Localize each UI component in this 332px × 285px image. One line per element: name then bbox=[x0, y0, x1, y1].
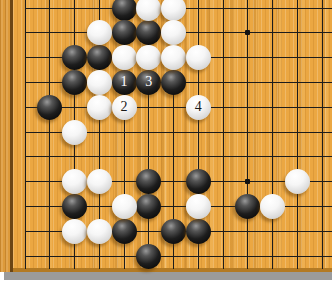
white-stone-L3 bbox=[260, 194, 285, 219]
board-drop-shadow bbox=[4, 272, 332, 280]
white-stone-D8 bbox=[87, 70, 112, 95]
white-stone-G9 bbox=[161, 45, 186, 70]
white-stone-M4 bbox=[285, 169, 310, 194]
black-stone-E10 bbox=[112, 20, 137, 45]
board-left-edge-crease bbox=[10, 0, 13, 272]
black-stone-E2 bbox=[112, 219, 137, 244]
black-stone-H2 bbox=[186, 219, 211, 244]
grid-vline-B bbox=[49, 0, 50, 269]
black-stone-E8: 1 bbox=[112, 70, 137, 95]
white-stone-C4 bbox=[62, 169, 87, 194]
grid-vline-J bbox=[223, 0, 224, 269]
grid-vline-L bbox=[272, 0, 273, 269]
black-stone-D9 bbox=[87, 45, 112, 70]
move-number-3: 3 bbox=[145, 75, 152, 89]
white-stone-E3 bbox=[112, 194, 137, 219]
black-stone-C8 bbox=[62, 70, 87, 95]
move-number-4: 4 bbox=[195, 100, 202, 114]
black-stone-F8: 3 bbox=[136, 70, 161, 95]
black-stone-G8 bbox=[161, 70, 186, 95]
black-stone-C3 bbox=[62, 194, 87, 219]
white-stone-H9 bbox=[186, 45, 211, 70]
grid-vline-K bbox=[247, 0, 248, 269]
move-number-1: 1 bbox=[121, 75, 128, 89]
white-stone-D2 bbox=[87, 219, 112, 244]
white-stone-C2 bbox=[62, 219, 87, 244]
move-number-2: 2 bbox=[121, 100, 128, 114]
grid-hline-7 bbox=[25, 107, 332, 108]
black-stone-C9 bbox=[62, 45, 87, 70]
grid-hline-1 bbox=[25, 256, 332, 257]
white-stone-H3 bbox=[186, 194, 211, 219]
black-stone-B7 bbox=[37, 95, 62, 120]
white-stone-D10 bbox=[87, 20, 112, 45]
board-left-edge bbox=[0, 0, 10, 272]
white-stone-G11 bbox=[161, 0, 186, 21]
grid-vline-M bbox=[297, 0, 298, 269]
black-stone-K3 bbox=[235, 194, 260, 219]
white-stone-E7: 2 bbox=[112, 95, 137, 120]
white-stone-C6 bbox=[62, 120, 87, 145]
go-diagram: 1324 bbox=[0, 0, 332, 285]
white-stone-H7: 4 bbox=[186, 95, 211, 120]
grid-vline-N bbox=[322, 0, 323, 269]
star-point-K10 bbox=[245, 30, 250, 35]
black-stone-G2 bbox=[161, 219, 186, 244]
black-stone-E11 bbox=[112, 0, 137, 21]
white-stone-D4 bbox=[87, 169, 112, 194]
white-stone-E9 bbox=[112, 45, 137, 70]
white-stone-D7 bbox=[87, 95, 112, 120]
black-stone-F1 bbox=[136, 244, 161, 269]
black-stone-H4 bbox=[186, 169, 211, 194]
grid-hline-5 bbox=[25, 156, 332, 157]
grid-vline-A bbox=[25, 0, 26, 269]
star-point-K4 bbox=[245, 179, 250, 184]
black-stone-F3 bbox=[136, 194, 161, 219]
